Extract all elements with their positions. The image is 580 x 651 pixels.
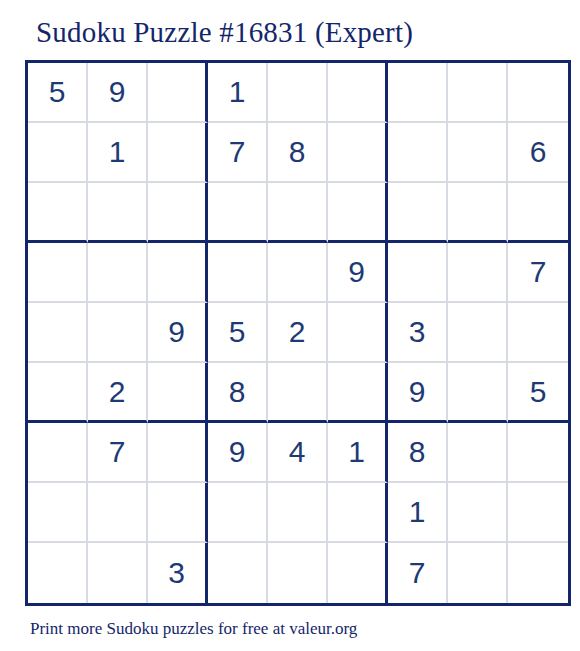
cell-r4c3 (148, 243, 208, 303)
cell-r5c5: 2 (268, 303, 328, 363)
cell-r4c7 (388, 243, 448, 303)
cell-r7c1 (28, 423, 88, 483)
cell-r7c3 (148, 423, 208, 483)
cell-r8c6 (328, 483, 388, 543)
cell-r2c9: 6 (508, 123, 568, 183)
cell-r3c3 (148, 183, 208, 243)
cell-r6c5 (268, 363, 328, 423)
cell-r5c6 (328, 303, 388, 363)
cell-r4c9: 7 (508, 243, 568, 303)
cell-r8c4 (208, 483, 268, 543)
cell-r1c1: 5 (28, 63, 88, 123)
cell-r8c9 (508, 483, 568, 543)
cell-r9c8 (448, 543, 508, 603)
cell-r9c3: 3 (148, 543, 208, 603)
cell-r3c1 (28, 183, 88, 243)
cell-r2c1 (28, 123, 88, 183)
cell-r1c6 (328, 63, 388, 123)
cell-r3c4 (208, 183, 268, 243)
cell-r8c8 (448, 483, 508, 543)
cell-r9c7: 7 (388, 543, 448, 603)
cell-r7c4: 9 (208, 423, 268, 483)
cell-r3c5 (268, 183, 328, 243)
cell-r3c8 (448, 183, 508, 243)
cell-r1c5 (268, 63, 328, 123)
cell-r7c5: 4 (268, 423, 328, 483)
cell-r4c1 (28, 243, 88, 303)
cell-r1c7 (388, 63, 448, 123)
cell-r9c4 (208, 543, 268, 603)
cell-r5c3: 9 (148, 303, 208, 363)
cell-r5c4: 5 (208, 303, 268, 363)
cell-r9c1 (28, 543, 88, 603)
cell-r6c6 (328, 363, 388, 423)
page: Sudoku Puzzle #16831 (Expert) 5911786979… (0, 0, 580, 651)
cell-r6c4: 8 (208, 363, 268, 423)
cell-r5c7: 3 (388, 303, 448, 363)
cell-r9c5 (268, 543, 328, 603)
cell-r6c8 (448, 363, 508, 423)
cell-r2c3 (148, 123, 208, 183)
cell-r7c7: 8 (388, 423, 448, 483)
cell-r5c1 (28, 303, 88, 363)
cell-r9c2 (88, 543, 148, 603)
page-title: Sudoku Puzzle #16831 (Expert) (0, 0, 580, 60)
cell-r4c4 (208, 243, 268, 303)
cell-r8c7: 1 (388, 483, 448, 543)
cell-r2c4: 7 (208, 123, 268, 183)
cell-r8c2 (88, 483, 148, 543)
cell-r4c8 (448, 243, 508, 303)
cell-r6c9: 5 (508, 363, 568, 423)
cell-r6c3 (148, 363, 208, 423)
cell-r2c6 (328, 123, 388, 183)
cell-r2c5: 8 (268, 123, 328, 183)
cell-r3c9 (508, 183, 568, 243)
cell-r4c2 (88, 243, 148, 303)
cell-r5c9 (508, 303, 568, 363)
cell-r9c6 (328, 543, 388, 603)
cell-r7c9 (508, 423, 568, 483)
cell-r1c2: 9 (88, 63, 148, 123)
cell-r8c1 (28, 483, 88, 543)
cell-r5c8 (448, 303, 508, 363)
cell-r2c7 (388, 123, 448, 183)
cell-r7c6: 1 (328, 423, 388, 483)
cell-r6c7: 9 (388, 363, 448, 423)
cell-r2c2: 1 (88, 123, 148, 183)
cell-r2c8 (448, 123, 508, 183)
cell-r1c4: 1 (208, 63, 268, 123)
cell-r1c9 (508, 63, 568, 123)
cell-r6c2: 2 (88, 363, 148, 423)
cell-r3c2 (88, 183, 148, 243)
footer-text: Print more Sudoku puzzles for free at va… (30, 619, 580, 639)
cell-r1c3 (148, 63, 208, 123)
cell-r7c2: 7 (88, 423, 148, 483)
cell-r4c6: 9 (328, 243, 388, 303)
cell-r1c8 (448, 63, 508, 123)
cell-r4c5 (268, 243, 328, 303)
cell-r7c8 (448, 423, 508, 483)
cell-r8c3 (148, 483, 208, 543)
cell-r8c5 (268, 483, 328, 543)
cell-r9c9 (508, 543, 568, 603)
cell-r3c7 (388, 183, 448, 243)
cell-r6c1 (28, 363, 88, 423)
sudoku-board: 5911786979523289579418137 (25, 60, 571, 606)
cell-r5c2 (88, 303, 148, 363)
cell-r3c6 (328, 183, 388, 243)
